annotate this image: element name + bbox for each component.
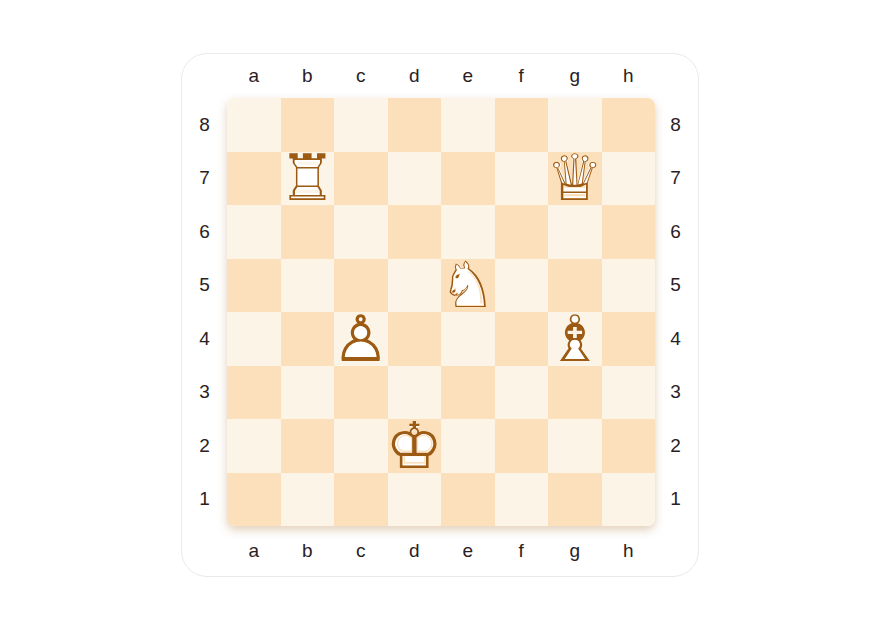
rank-label-5-right: 5	[653, 259, 698, 313]
queen-outline-glyph: ♕	[546, 146, 603, 210]
square-b6[interactable]	[281, 205, 335, 259]
square-b5[interactable]	[281, 259, 335, 313]
square-e3[interactable]	[441, 366, 495, 420]
file-label-a-bottom: a	[227, 525, 281, 576]
square-e5[interactable]: ♞♘	[441, 259, 495, 313]
square-f8[interactable]	[495, 98, 549, 152]
rank-label-3-left: 3	[182, 366, 227, 420]
square-h7[interactable]	[602, 152, 656, 206]
rank-label-7-right: 7	[653, 152, 698, 206]
rank-label-4-right: 4	[653, 312, 698, 366]
square-c3[interactable]	[334, 366, 388, 420]
square-a8[interactable]	[227, 98, 281, 152]
square-b2[interactable]	[281, 419, 335, 473]
rank-label-1-left: 1	[182, 473, 227, 527]
rank-label-2-left: 2	[182, 419, 227, 473]
square-d2[interactable]: ♚♔	[388, 419, 442, 473]
square-c8[interactable]	[334, 98, 388, 152]
file-label-g-bottom: g	[548, 525, 602, 576]
file-label-g-top: g	[548, 54, 602, 98]
square-a5[interactable]	[227, 259, 281, 313]
square-b1[interactable]	[281, 473, 335, 527]
rank-label-2-right: 2	[653, 419, 698, 473]
square-h6[interactable]	[602, 205, 656, 259]
square-g7[interactable]: ♛♕	[548, 152, 602, 206]
square-d8[interactable]	[388, 98, 442, 152]
file-label-h-top: h	[602, 54, 656, 98]
file-labels-bottom: abcdefgh	[227, 525, 655, 576]
knight-outline-glyph: ♘	[439, 253, 496, 317]
chessboard-card: abcdefgh ♜♖♛♕♞♘♟♙♝♗♚♔ abcdefgh 87654321 …	[181, 53, 699, 577]
rank-labels-right: 87654321	[653, 98, 698, 526]
square-c6[interactable]	[334, 205, 388, 259]
square-f2[interactable]	[495, 419, 549, 473]
square-a2[interactable]	[227, 419, 281, 473]
file-label-c-top: c	[334, 54, 388, 98]
square-a6[interactable]	[227, 205, 281, 259]
square-f7[interactable]	[495, 152, 549, 206]
square-c1[interactable]	[334, 473, 388, 527]
file-labels-top: abcdefgh	[227, 54, 655, 98]
rank-label-6-left: 6	[182, 205, 227, 259]
square-f5[interactable]	[495, 259, 549, 313]
file-label-d-bottom: d	[388, 525, 442, 576]
chess-board: ♜♖♛♕♞♘♟♙♝♗♚♔	[227, 98, 655, 526]
file-label-d-top: d	[388, 54, 442, 98]
square-a3[interactable]	[227, 366, 281, 420]
white-pawn-c4[interactable]: ♟♙	[334, 312, 388, 366]
white-bishop-g4[interactable]: ♝♗	[548, 312, 602, 366]
rank-labels-left: 87654321	[182, 98, 227, 526]
file-label-f-bottom: f	[495, 525, 549, 576]
king-outline-glyph: ♔	[386, 414, 443, 478]
square-d6[interactable]	[388, 205, 442, 259]
file-label-c-bottom: c	[334, 525, 388, 576]
file-label-h-bottom: h	[602, 525, 656, 576]
square-c4[interactable]: ♟♙	[334, 312, 388, 366]
square-e2[interactable]	[441, 419, 495, 473]
square-d7[interactable]	[388, 152, 442, 206]
rank-label-5-left: 5	[182, 259, 227, 313]
file-label-a-top: a	[227, 54, 281, 98]
square-f4[interactable]	[495, 312, 549, 366]
white-queen-g7[interactable]: ♛♕	[548, 152, 602, 206]
square-c2[interactable]	[334, 419, 388, 473]
square-a1[interactable]	[227, 473, 281, 527]
square-g4[interactable]: ♝♗	[548, 312, 602, 366]
file-label-e-bottom: e	[441, 525, 495, 576]
file-label-b-top: b	[281, 54, 335, 98]
rank-label-4-left: 4	[182, 312, 227, 366]
square-g1[interactable]	[548, 473, 602, 527]
square-f3[interactable]	[495, 366, 549, 420]
square-f6[interactable]	[495, 205, 549, 259]
square-b7[interactable]: ♜♖	[281, 152, 335, 206]
square-a4[interactable]	[227, 312, 281, 366]
rank-label-7-left: 7	[182, 152, 227, 206]
square-e8[interactable]	[441, 98, 495, 152]
file-label-e-top: e	[441, 54, 495, 98]
square-b4[interactable]	[281, 312, 335, 366]
rank-label-3-right: 3	[653, 366, 698, 420]
square-g6[interactable]	[548, 205, 602, 259]
square-g2[interactable]	[548, 419, 602, 473]
square-c7[interactable]	[334, 152, 388, 206]
square-h3[interactable]	[602, 366, 656, 420]
square-h2[interactable]	[602, 419, 656, 473]
square-f1[interactable]	[495, 473, 549, 527]
square-d1[interactable]	[388, 473, 442, 527]
rank-label-8-right: 8	[653, 98, 698, 152]
pawn-outline-glyph: ♙	[332, 307, 389, 371]
square-a7[interactable]	[227, 152, 281, 206]
square-h4[interactable]	[602, 312, 656, 366]
square-h8[interactable]	[602, 98, 656, 152]
rank-label-8-left: 8	[182, 98, 227, 152]
file-label-b-bottom: b	[281, 525, 335, 576]
square-d4[interactable]	[388, 312, 442, 366]
square-d5[interactable]	[388, 259, 442, 313]
square-e4[interactable]	[441, 312, 495, 366]
white-king-d2[interactable]: ♚♔	[388, 419, 442, 473]
bishop-outline-glyph: ♗	[546, 307, 603, 371]
rank-label-6-right: 6	[653, 205, 698, 259]
rank-label-1-right: 1	[653, 473, 698, 527]
rook-outline-glyph: ♖	[279, 146, 336, 210]
white-knight-e5[interactable]: ♞♘	[441, 259, 495, 313]
square-h5[interactable]	[602, 259, 656, 313]
square-h1[interactable]	[602, 473, 656, 527]
square-b3[interactable]	[281, 366, 335, 420]
square-g3[interactable]	[548, 366, 602, 420]
square-e1[interactable]	[441, 473, 495, 527]
file-label-f-top: f	[495, 54, 549, 98]
white-rook-b7[interactable]: ♜♖	[281, 152, 335, 206]
square-e7[interactable]	[441, 152, 495, 206]
